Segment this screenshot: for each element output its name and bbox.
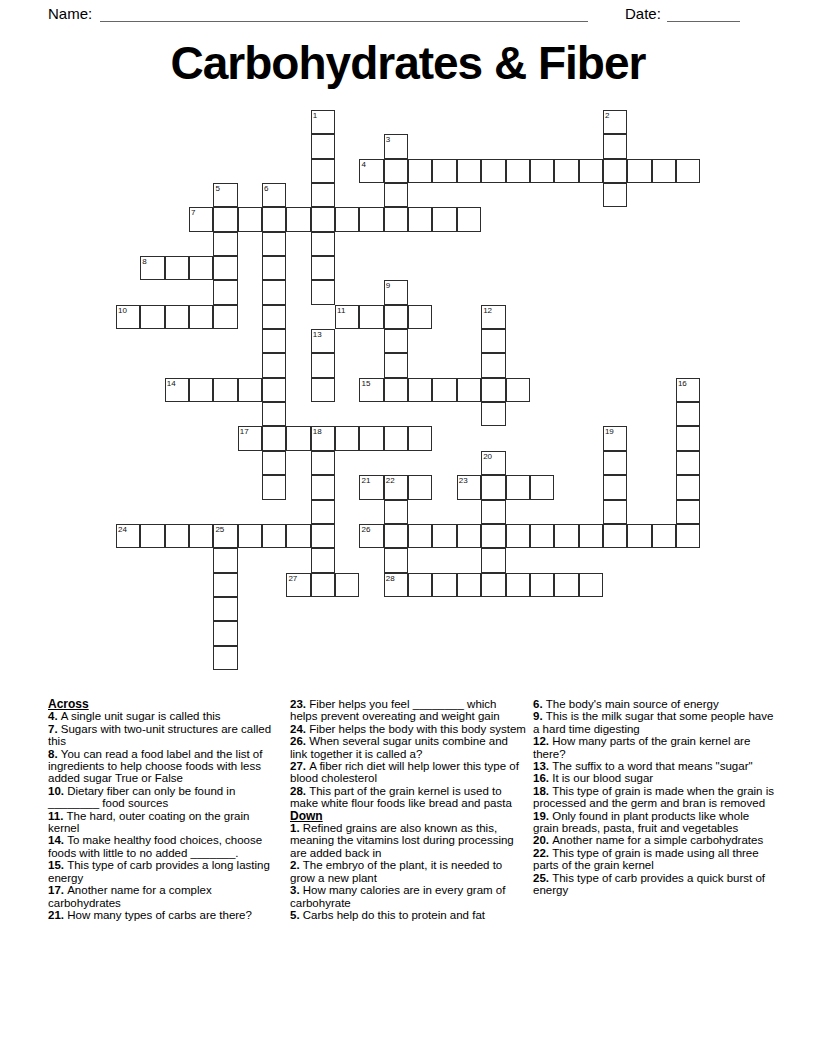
grid-cell[interactable]: 13 (311, 329, 335, 353)
clue-number: 21 (361, 476, 370, 485)
grid-cell[interactable] (213, 280, 237, 304)
clue: 16. It is our blood sugar (533, 772, 775, 784)
clue: 26. When several sugar units combine and… (290, 735, 526, 760)
clue-number: 11 (337, 306, 345, 315)
grid-cell[interactable] (676, 426, 700, 450)
grid-cell[interactable]: 20 (481, 451, 505, 475)
grid-cell[interactable] (311, 207, 335, 231)
date-fill-line[interactable] (667, 5, 740, 22)
clue-number-label: 17. (48, 884, 67, 896)
grid-cell[interactable] (676, 159, 700, 183)
clue-number-label: 28. (290, 785, 309, 797)
grid-cell[interactable] (213, 597, 237, 621)
clue-number-label: 14. (48, 834, 67, 846)
grid-cell[interactable] (311, 573, 335, 597)
grid-cell[interactable] (286, 426, 310, 450)
clue-number-label: 16. (533, 772, 552, 784)
grid-cell[interactable] (311, 548, 335, 572)
clue: 12. How many parts of the grain kernel a… (533, 735, 775, 760)
clue: 24. Fiber helps the body with this body … (290, 723, 526, 735)
clue-number: 5 (215, 184, 219, 193)
grid-cell[interactable]: 9 (384, 280, 408, 304)
grid-cell[interactable]: 6 (262, 183, 286, 207)
grid-cell[interactable]: 24 (116, 524, 140, 548)
grid-cell[interactable] (262, 524, 286, 548)
grid-cell[interactable]: 22 (384, 475, 408, 499)
grid-cell[interactable]: 10 (116, 305, 140, 329)
grid-cell[interactable] (311, 524, 335, 548)
grid-cell[interactable]: 26 (359, 524, 383, 548)
grid-cell[interactable] (238, 207, 262, 231)
grid-cell[interactable] (408, 159, 432, 183)
grid-cell[interactable] (652, 159, 676, 183)
grid-cell[interactable]: 28 (384, 573, 408, 597)
grid-cell[interactable] (384, 524, 408, 548)
grid-cell[interactable] (311, 256, 335, 280)
clue: 25. This type of carb provides a quick b… (533, 872, 775, 897)
clue: 10. Dietary fiber can only be found in _… (48, 785, 281, 810)
clue-number-label: 5. (290, 909, 303, 921)
grid-cell[interactable] (481, 353, 505, 377)
clue: 9. This is the milk sugar that some peop… (533, 710, 775, 735)
clue-number: 1 (313, 111, 317, 120)
grid-cell[interactable] (262, 280, 286, 304)
grid-cell[interactable] (262, 305, 286, 329)
clue-number: 3 (386, 135, 390, 144)
grid-cell[interactable] (213, 646, 237, 670)
clue-number-label: 2. (290, 859, 303, 871)
grid-cell[interactable]: 19 (603, 426, 627, 450)
grid-cell[interactable] (311, 280, 335, 304)
grid-cell[interactable] (359, 305, 383, 329)
grid-cell[interactable] (603, 134, 627, 158)
grid-cell[interactable] (530, 159, 554, 183)
grid-cell[interactable] (457, 378, 481, 402)
clue: 6. The body's main source of energy (533, 698, 775, 710)
clue-number-label: 7. (48, 723, 61, 735)
grid-cell[interactable] (311, 500, 335, 524)
grid-cell[interactable] (311, 183, 335, 207)
grid-cell[interactable] (384, 500, 408, 524)
clue-number-label: 26. (290, 735, 309, 747)
grid-cell[interactable] (335, 426, 359, 450)
clue-number-label: 6. (533, 698, 546, 710)
grid-cell[interactable] (603, 159, 627, 183)
date-label: Date: (625, 5, 661, 22)
grid-cell[interactable] (213, 621, 237, 645)
clue-number-label: 27. (290, 760, 309, 772)
grid-cell[interactable] (530, 573, 554, 597)
grid-cell[interactable] (627, 159, 651, 183)
grid-cell[interactable] (286, 207, 310, 231)
grid-cell[interactable]: 4 (359, 159, 383, 183)
clue: 5. Carbs help do this to protein and fat (290, 909, 526, 921)
grid-cell[interactable] (165, 524, 189, 548)
grid-cell[interactable] (506, 475, 530, 499)
grid-cell[interactable]: 12 (481, 305, 505, 329)
grid-cell[interactable] (384, 305, 408, 329)
grid-cell[interactable] (311, 353, 335, 377)
clue-section-header: Down (290, 810, 526, 822)
grid-cell[interactable] (213, 305, 237, 329)
clue-number-label: 24. (290, 723, 309, 735)
clue: 21. How many types of carbs are there? (48, 909, 281, 921)
grid-cell[interactable] (506, 573, 530, 597)
clues-column-1: Across4. A single unit sugar is called t… (48, 698, 281, 921)
grid-cell[interactable] (432, 159, 456, 183)
clue-number-label: 21. (48, 909, 67, 921)
grid-cell[interactable] (432, 573, 456, 597)
grid-cell[interactable] (481, 402, 505, 426)
grid-cell[interactable] (506, 378, 530, 402)
clue: 19. Only found in plant products like wh… (533, 810, 775, 835)
clue-number: 2 (605, 111, 609, 120)
grid-cell[interactable] (603, 183, 627, 207)
grid-cell[interactable] (506, 159, 530, 183)
grid-cell[interactable] (554, 573, 578, 597)
grid-cell[interactable] (676, 475, 700, 499)
grid-cell[interactable] (481, 500, 505, 524)
grid-cell[interactable]: 11 (335, 305, 359, 329)
grid-cell[interactable] (262, 256, 286, 280)
grid-cell[interactable] (262, 329, 286, 353)
grid-cell[interactable] (408, 426, 432, 450)
grid-cell[interactable] (262, 378, 286, 402)
grid-cell[interactable] (676, 402, 700, 426)
clue-number-label: 15. (48, 859, 67, 871)
grid-cell[interactable] (481, 475, 505, 499)
grid-cell[interactable]: 5 (213, 183, 237, 207)
clue: 18. This type of grain is made when the … (533, 785, 775, 810)
grid-cell[interactable] (384, 159, 408, 183)
grid-cell[interactable] (189, 305, 213, 329)
clue-number: 19 (605, 427, 614, 436)
grid-cell[interactable] (165, 256, 189, 280)
worksheet-page: Name: Date: Carbohydrates & Fiber 123456… (0, 0, 816, 1056)
grid-cell[interactable] (384, 426, 408, 450)
clue-number: 4 (361, 160, 365, 169)
grid-cell[interactable] (213, 573, 237, 597)
clue-number-label: 20. (533, 834, 552, 846)
clue: 2. The embryo of the plant, it is needed… (290, 859, 526, 884)
grid-cell[interactable] (189, 378, 213, 402)
grid-cell[interactable]: 18 (311, 426, 335, 450)
grid-cell[interactable] (554, 159, 578, 183)
grid-cell[interactable] (481, 378, 505, 402)
grid-cell[interactable] (238, 378, 262, 402)
grid-cell[interactable] (213, 378, 237, 402)
clue-number: 6 (264, 184, 268, 193)
grid-cell[interactable] (676, 500, 700, 524)
grid-cell[interactable] (579, 524, 603, 548)
grid-cell[interactable]: 7 (189, 207, 213, 231)
grid-cell[interactable] (457, 573, 481, 597)
clue-number-label: 22. (533, 847, 552, 859)
clue: 20. Another name for a simple carbohydra… (533, 834, 775, 846)
clue: 7. Sugars with two-unit structures are c… (48, 723, 281, 748)
grid-cell[interactable] (457, 207, 481, 231)
grid-cell[interactable] (189, 256, 213, 280)
grid-cell[interactable]: 3 (384, 134, 408, 158)
clue-number-label: 8. (48, 748, 61, 760)
clue: 14. To make healthy food choices, choose… (48, 834, 281, 859)
clue-number: 20 (483, 452, 492, 461)
grid-cell[interactable]: 14 (165, 378, 189, 402)
clue: 23. Fiber helps you feel ________ which … (290, 698, 526, 723)
grid-cell[interactable] (262, 475, 286, 499)
grid-cell[interactable] (384, 378, 408, 402)
grid-cell[interactable] (140, 524, 164, 548)
grid-cell[interactable]: 23 (457, 475, 481, 499)
clue: 8. You can read a food label and the lis… (48, 748, 281, 785)
grid-cell[interactable]: 8 (140, 256, 164, 280)
grid-cell[interactable] (554, 524, 578, 548)
grid-cell[interactable] (652, 524, 676, 548)
grid-cell[interactable] (530, 524, 554, 548)
grid-cell[interactable] (384, 329, 408, 353)
grid-cell[interactable] (384, 548, 408, 572)
grid-cell[interactable]: 27 (286, 573, 310, 597)
grid-cell[interactable] (603, 451, 627, 475)
grid-cell[interactable] (262, 207, 286, 231)
grid-cell[interactable] (432, 207, 456, 231)
grid-cell[interactable] (432, 524, 456, 548)
clue-number-label: 25. (533, 872, 552, 884)
clue-number: 14 (167, 379, 176, 388)
grid-cell[interactable] (384, 183, 408, 207)
grid-cell[interactable] (457, 159, 481, 183)
grid-cell[interactable] (481, 548, 505, 572)
clue-number-label: 23. (290, 698, 309, 710)
clue-number-label: 4. (48, 710, 61, 722)
grid-cell[interactable] (213, 256, 237, 280)
grid-cell[interactable] (262, 451, 286, 475)
grid-cell[interactable] (213, 207, 237, 231)
grid-cell[interactable] (262, 353, 286, 377)
grid-cell[interactable] (311, 134, 335, 158)
grid-cell[interactable] (384, 207, 408, 231)
grid-cell[interactable]: 15 (359, 378, 383, 402)
clue: 13. The suffix to a word that means "sug… (533, 760, 775, 772)
grid-cell[interactable] (408, 573, 432, 597)
grid-cell[interactable] (359, 426, 383, 450)
grid-cell[interactable] (481, 159, 505, 183)
grid-cell[interactable] (384, 353, 408, 377)
grid-cell[interactable]: 1 (311, 110, 335, 134)
grid-cell[interactable]: 17 (238, 426, 262, 450)
clue-number: 27 (288, 574, 297, 583)
clue-number-label: 18. (533, 785, 552, 797)
clue: 3. How many calories are in every gram o… (290, 884, 526, 909)
clue-number: 15 (361, 379, 370, 388)
clue-number-label: 1. (290, 822, 303, 834)
grid-cell[interactable] (457, 524, 481, 548)
grid-cell[interactable] (676, 451, 700, 475)
grid-cell[interactable] (189, 524, 213, 548)
clue-number: 26 (361, 525, 370, 534)
grid-cell[interactable] (530, 475, 554, 499)
grid-cell[interactable]: 21 (359, 475, 383, 499)
grid-cell[interactable] (432, 378, 456, 402)
grid-cell[interactable] (213, 548, 237, 572)
clue-number-label: 19. (533, 810, 552, 822)
grid-cell[interactable] (603, 500, 627, 524)
grid-cell[interactable] (311, 159, 335, 183)
grid-cell[interactable] (262, 402, 286, 426)
grid-cell[interactable] (627, 524, 651, 548)
grid-cell[interactable] (676, 524, 700, 548)
grid-cell[interactable] (286, 524, 310, 548)
clue-section-header: Across (48, 698, 281, 710)
clue-number-label: 10. (48, 785, 67, 797)
clue-number-label: 9. (533, 710, 546, 722)
clue-number: 16 (678, 379, 687, 388)
clue-number: 10 (118, 306, 127, 315)
grid-cell[interactable] (579, 159, 603, 183)
clue-number: 17 (240, 427, 249, 436)
clue-number: 12 (483, 306, 492, 315)
name-fill-line[interactable] (100, 5, 588, 22)
clue-number-label: 3. (290, 884, 303, 896)
grid-cell[interactable] (165, 305, 189, 329)
clue-number-label: 11. (48, 810, 67, 822)
clue: 15. This type of carb provides a long la… (48, 859, 281, 884)
clue-number: 18 (313, 427, 322, 436)
grid-cell[interactable] (408, 475, 432, 499)
clue-number: 7 (191, 208, 195, 217)
grid-cell[interactable] (579, 573, 603, 597)
clue-number: 9 (386, 281, 390, 290)
grid-cell[interactable] (359, 207, 383, 231)
grid-cell[interactable] (603, 524, 627, 548)
clue-number-label: 13. (533, 760, 552, 772)
clue: 22. This type of grain is made using all… (533, 847, 775, 872)
clue: 27. A fiber rich diet will help lower th… (290, 760, 526, 785)
grid-cell[interactable] (335, 573, 359, 597)
clue: 1. Refined grains are also known as this… (290, 822, 526, 859)
clue: 28. This part of the grain kernel is use… (290, 785, 526, 810)
grid-cell[interactable] (311, 378, 335, 402)
grid-cell[interactable] (311, 451, 335, 475)
grid-cell[interactable]: 25 (213, 524, 237, 548)
clue-number-label: 12. (533, 735, 552, 747)
crossword-grid: 1234567891011121314151617181920212223242… (116, 110, 700, 670)
grid-cell[interactable] (506, 524, 530, 548)
grid-cell[interactable] (481, 329, 505, 353)
grid-cell[interactable] (238, 524, 262, 548)
grid-cell[interactable] (311, 475, 335, 499)
grid-cell[interactable] (481, 573, 505, 597)
clue: 4. A single unit sugar is called this (48, 710, 281, 722)
grid-cell[interactable] (408, 378, 432, 402)
page-title: Carbohydrates & Fiber (0, 36, 816, 90)
clue: 11. The hard, outer coating on the grain… (48, 810, 281, 835)
clues-column-3: 6. The body's main source of energy9. Th… (533, 698, 775, 897)
clue-number: 13 (313, 330, 322, 339)
clue-number: 28 (386, 574, 395, 583)
grid-cell[interactable] (262, 426, 286, 450)
clue: 17. Another name for a complex carbohydr… (48, 884, 281, 909)
grid-cell[interactable] (311, 232, 335, 256)
clue-number: 24 (118, 525, 127, 534)
grid-cell[interactable] (408, 207, 432, 231)
grid-cell[interactable]: 2 (603, 110, 627, 134)
name-label: Name: (48, 5, 92, 22)
clue-number: 23 (459, 476, 468, 485)
clue-number: 8 (142, 257, 146, 266)
grid-cell[interactable] (140, 305, 164, 329)
grid-cell[interactable] (213, 232, 237, 256)
grid-cell[interactable] (603, 475, 627, 499)
grid-cell[interactable]: 16 (676, 378, 700, 402)
grid-cell[interactable] (408, 305, 432, 329)
clue-number: 22 (386, 476, 395, 485)
grid-cell[interactable] (262, 232, 286, 256)
grid-cell[interactable] (408, 524, 432, 548)
grid-cell[interactable] (481, 524, 505, 548)
clues-column-2: 23. Fiber helps you feel ________ which … (290, 698, 526, 921)
clue-number: 25 (215, 525, 224, 534)
grid-cell[interactable] (335, 207, 359, 231)
